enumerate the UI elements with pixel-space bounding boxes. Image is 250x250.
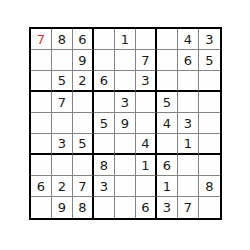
- sudoku-cell-r2c7[interactable]: [157, 50, 178, 71]
- sudoku-cell-r4c1[interactable]: [31, 92, 52, 113]
- sudoku-cell-r3c6[interactable]: 3: [136, 71, 157, 92]
- sudoku-cell-r2c1[interactable]: [31, 50, 52, 71]
- sudoku-cell-r6c8[interactable]: 1: [178, 134, 199, 155]
- sudoku-cell-r3c3[interactable]: 2: [73, 71, 94, 92]
- sudoku-cell-r2c8[interactable]: 6: [178, 50, 199, 71]
- sudoku-cell-r5c9[interactable]: [199, 113, 220, 134]
- sudoku-cell-r5c3[interactable]: [73, 113, 94, 134]
- sudoku-cell-r7c5[interactable]: [115, 155, 136, 176]
- sudoku-cell-r5c6[interactable]: [136, 113, 157, 134]
- sudoku-cell-r5c2[interactable]: [52, 113, 73, 134]
- sudoku-cell-r8c5[interactable]: [115, 176, 136, 197]
- sudoku-cell-r3c2[interactable]: 5: [52, 71, 73, 92]
- sudoku-cell-r3c7[interactable]: [157, 71, 178, 92]
- sudoku-cell-r4c9[interactable]: [199, 92, 220, 113]
- sudoku-cell-r9c7[interactable]: 3: [157, 197, 178, 218]
- sudoku-cell-r2c9[interactable]: 5: [199, 50, 220, 71]
- sudoku-cell-r5c4[interactable]: 5: [94, 113, 115, 134]
- sudoku-cell-r4c7[interactable]: 5: [157, 92, 178, 113]
- sudoku-cell-r4c3[interactable]: [73, 92, 94, 113]
- sudoku-cell-r6c6[interactable]: 4: [136, 134, 157, 155]
- sudoku-cell-r6c3[interactable]: 5: [73, 134, 94, 155]
- sudoku-cell-r2c2[interactable]: [52, 50, 73, 71]
- sudoku-cell-r3c5[interactable]: [115, 71, 136, 92]
- sudoku-cell-r2c6[interactable]: 7: [136, 50, 157, 71]
- sudoku-cell-r8c6[interactable]: [136, 176, 157, 197]
- sudoku-cell-r7c6[interactable]: 1: [136, 155, 157, 176]
- sudoku-cell-r8c7[interactable]: 1: [157, 176, 178, 197]
- sudoku-cell-r6c2[interactable]: 3: [52, 134, 73, 155]
- sudoku-cell-r7c1[interactable]: [31, 155, 52, 176]
- sudoku-cell-r1c7[interactable]: [157, 29, 178, 50]
- sudoku-cell-r9c1[interactable]: [31, 197, 52, 218]
- sudoku-cell-r4c4[interactable]: [94, 92, 115, 113]
- sudoku-cell-r9c9[interactable]: [199, 197, 220, 218]
- sudoku-cell-r1c8[interactable]: 4: [178, 29, 199, 50]
- sudoku-cell-r8c8[interactable]: [178, 176, 199, 197]
- sudoku-cell-r6c5[interactable]: [115, 134, 136, 155]
- sudoku-cell-r8c4[interactable]: 3: [94, 176, 115, 197]
- sudoku-cell-r9c5[interactable]: [115, 197, 136, 218]
- sudoku-cell-r5c5[interactable]: 9: [115, 113, 136, 134]
- sudoku-cell-r7c8[interactable]: [178, 155, 199, 176]
- sudoku-cell-r7c4[interactable]: 8: [94, 155, 115, 176]
- sudoku-cell-r2c4[interactable]: [94, 50, 115, 71]
- sudoku-cell-r4c2[interactable]: 7: [52, 92, 73, 113]
- sudoku-cell-r8c2[interactable]: 2: [52, 176, 73, 197]
- sudoku-cell-r7c3[interactable]: [73, 155, 94, 176]
- sudoku-cell-r6c1[interactable]: [31, 134, 52, 155]
- sudoku-cell-r1c9[interactable]: 3: [199, 29, 220, 50]
- sudoku-cell-r4c8[interactable]: [178, 92, 199, 113]
- sudoku-cell-r1c5[interactable]: 1: [115, 29, 136, 50]
- sudoku-cell-r1c6[interactable]: [136, 29, 157, 50]
- sudoku-cell-r4c6[interactable]: [136, 92, 157, 113]
- sudoku-cell-r2c3[interactable]: 9: [73, 50, 94, 71]
- sudoku-cell-r6c7[interactable]: [157, 134, 178, 155]
- sudoku-cell-r5c1[interactable]: [31, 113, 52, 134]
- sudoku-cell-r1c4[interactable]: [94, 29, 115, 50]
- sudoku-cell-r3c8[interactable]: [178, 71, 199, 92]
- sudoku-cell-r5c8[interactable]: 3: [178, 113, 199, 134]
- sudoku-cell-r8c1[interactable]: 6: [31, 176, 52, 197]
- page: 786143976552637355943354181662731898637: [0, 0, 250, 250]
- sudoku-board: 786143976552637355943354181662731898637: [29, 27, 222, 220]
- sudoku-cell-r9c3[interactable]: 8: [73, 197, 94, 218]
- sudoku-cell-r5c7[interactable]: 4: [157, 113, 178, 134]
- sudoku-cell-r9c2[interactable]: 9: [52, 197, 73, 218]
- sudoku-cell-r3c9[interactable]: [199, 71, 220, 92]
- sudoku-cell-r1c1[interactable]: 7: [31, 29, 52, 50]
- sudoku-cell-r1c2[interactable]: 8: [52, 29, 73, 50]
- sudoku-cell-r3c1[interactable]: [31, 71, 52, 92]
- sudoku-cell-r7c9[interactable]: [199, 155, 220, 176]
- sudoku-cell-r9c6[interactable]: 6: [136, 197, 157, 218]
- sudoku-cell-r8c3[interactable]: 7: [73, 176, 94, 197]
- sudoku-cell-r1c3[interactable]: 6: [73, 29, 94, 50]
- sudoku-cell-r3c4[interactable]: 6: [94, 71, 115, 92]
- sudoku-cell-r9c4[interactable]: [94, 197, 115, 218]
- sudoku-cell-r9c8[interactable]: 7: [178, 197, 199, 218]
- sudoku-cell-r7c2[interactable]: [52, 155, 73, 176]
- sudoku-cell-r2c5[interactable]: [115, 50, 136, 71]
- sudoku-cell-r6c9[interactable]: [199, 134, 220, 155]
- sudoku-cell-r6c4[interactable]: [94, 134, 115, 155]
- sudoku-cell-r4c5[interactable]: 3: [115, 92, 136, 113]
- sudoku-cell-r7c7[interactable]: 6: [157, 155, 178, 176]
- sudoku-cell-r8c9[interactable]: 8: [199, 176, 220, 197]
